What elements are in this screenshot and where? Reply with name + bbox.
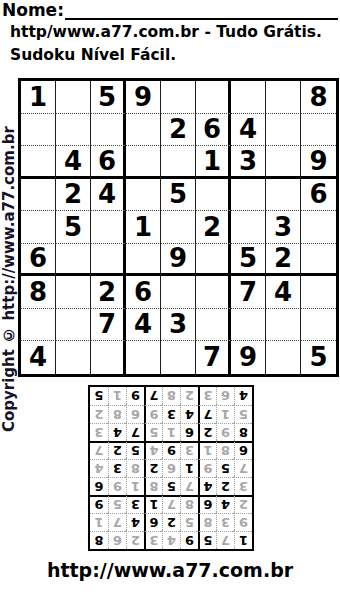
name-blank-line	[65, 3, 338, 20]
solution-cell-r9c9: 5	[90, 387, 108, 405]
puzzle-cell-r3c6: 1	[196, 146, 231, 179]
solution-cell-r3c8: 5	[108, 495, 126, 513]
solution-cell-r4c3: 4	[198, 477, 216, 495]
solution-cell-r2c8: 7	[108, 513, 126, 531]
puzzle-cell-r3c8	[266, 146, 301, 179]
solution-cell-r4c6: 8	[144, 477, 162, 495]
puzzle-cell-r5c7	[231, 211, 266, 244]
solution-cell-r8c8: 8	[108, 405, 126, 423]
name-row: Nome:	[2, 1, 338, 20]
puzzle-cell-r7c9	[301, 276, 336, 309]
solution-cell-r6c9: 7	[90, 441, 108, 459]
puzzle-cell-r6c6	[196, 244, 231, 277]
solution-cell-r4c9: 6	[90, 477, 108, 495]
solution-cell-r3c5: 7	[162, 495, 180, 513]
puzzle-cell-r5c6: 2	[196, 211, 231, 244]
solution-cell-r8c1: 5	[234, 405, 252, 423]
puzzle-cell-r8c2	[56, 309, 91, 342]
puzzle-cell-r6c9	[301, 244, 336, 277]
solution-cell-r7c1: 8	[234, 423, 252, 441]
solution-cell-r6c7: 5	[126, 441, 144, 459]
puzzle-cell-r9c1: 4	[21, 341, 56, 374]
solution-cell-r5c7: 8	[126, 459, 144, 477]
solution-cell-r1c7: 2	[126, 531, 144, 549]
puzzle-cell-r9c9: 5	[301, 341, 336, 374]
puzzle-cell-r8c1	[21, 309, 56, 342]
solution-cell-r6c3: 1	[198, 441, 216, 459]
solution-cell-r3c9: 9	[90, 495, 108, 513]
solution-cell-r5c6: 2	[144, 459, 162, 477]
solution-cell-r9c8: 1	[108, 387, 126, 405]
solution-cell-r5c3: 9	[198, 459, 216, 477]
puzzle-level-title: Sudoku Nível Fácil.	[10, 46, 338, 64]
solution-cell-r8c4: 4	[180, 405, 198, 423]
solution-cell-r9c5: 8	[162, 387, 180, 405]
puzzle-cell-r8c4: 4	[126, 309, 161, 342]
puzzle-cell-r3c4	[126, 146, 161, 179]
puzzle-cell-r5c9	[301, 211, 336, 244]
solution-cell-r4c7: 1	[126, 477, 144, 495]
puzzle-cell-r7c2	[56, 276, 91, 309]
puzzle-cell-r2c8	[266, 114, 301, 147]
solution-cell-r5c8: 3	[108, 459, 126, 477]
puzzle-cell-r3c7: 3	[231, 146, 266, 179]
puzzle-cell-r5c2: 5	[56, 211, 91, 244]
solution-cell-r2c4: 5	[180, 513, 198, 531]
solution-cell-r3c6: 1	[144, 495, 162, 513]
solution-cell-r3c3: 6	[198, 495, 216, 513]
solution-cell-r1c5: 4	[162, 531, 180, 549]
puzzle-cell-r4c7	[231, 179, 266, 212]
puzzle-cell-r1c9: 8	[301, 81, 336, 114]
solution-cell-r9c3: 3	[198, 387, 216, 405]
solution-cell-r8c9: 2	[90, 405, 108, 423]
puzzle-cell-r2c1	[21, 114, 56, 147]
puzzle-cell-r3c1	[21, 146, 56, 179]
puzzle-cell-r1c5	[161, 81, 196, 114]
puzzle-cell-r4c1	[21, 179, 56, 212]
solution-cell-r6c4: 3	[180, 441, 198, 459]
solution-cell-r6c1: 6	[234, 441, 252, 459]
solution-cell-r3c4: 8	[180, 495, 198, 513]
solution-cell-r2c6: 6	[144, 513, 162, 531]
puzzle-cell-r7c3: 2	[91, 276, 126, 309]
solution-cell-r7c7: 7	[126, 423, 144, 441]
puzzle-cell-r2c6: 6	[196, 114, 231, 147]
solution-cell-r1c2: 7	[216, 531, 234, 549]
puzzle-cell-r9c4	[126, 341, 161, 374]
puzzle-cell-r4c6	[196, 179, 231, 212]
solution-cell-r5c4: 1	[180, 459, 198, 477]
solution-cell-r1c3: 5	[198, 531, 216, 549]
solution-cell-r6c8: 2	[108, 441, 126, 459]
puzzle-cell-r1c3: 5	[91, 81, 126, 114]
sudoku-board: 159826446139245651236952826747434795	[18, 78, 339, 377]
solution-cell-r9c6: 7	[144, 387, 162, 405]
puzzle-cell-r9c8	[266, 341, 301, 374]
solution-cell-r7c3: 2	[198, 423, 216, 441]
puzzle-cell-r2c5: 2	[161, 114, 196, 147]
solution-cell-r7c5: 1	[162, 423, 180, 441]
puzzle-cell-r4c3: 4	[91, 179, 126, 212]
puzzle-cell-r7c5	[161, 276, 196, 309]
solution-cell-r1c1: 1	[234, 531, 252, 549]
solution-cell-r4c5: 5	[162, 477, 180, 495]
solution-cell-r4c8: 9	[108, 477, 126, 495]
puzzle-cell-r1c7	[231, 81, 266, 114]
solution-cell-r2c5: 2	[162, 513, 180, 531]
puzzle-cell-r2c4	[126, 114, 161, 147]
puzzle-cell-r4c4	[126, 179, 161, 212]
puzzle-cell-r5c3	[91, 211, 126, 244]
solution-cell-r2c1: 9	[234, 513, 252, 531]
solution-cell-r2c2: 3	[216, 513, 234, 531]
puzzle-cell-r6c7: 5	[231, 244, 266, 277]
puzzle-cell-r1c4: 9	[126, 81, 161, 114]
site-title: http/www.a77.com.br - Tudo Grátis.	[10, 23, 338, 41]
puzzle-cell-r8c5: 3	[161, 309, 196, 342]
puzzle-cell-r7c1: 8	[21, 276, 56, 309]
solution-cell-r4c1: 3	[234, 477, 252, 495]
puzzle-cell-r3c3: 6	[91, 146, 126, 179]
puzzle-cell-r4c9: 6	[301, 179, 336, 212]
puzzle-cell-r2c3	[91, 114, 126, 147]
puzzle-cell-r1c6	[196, 81, 231, 114]
puzzle-cell-r9c6: 7	[196, 341, 231, 374]
copyright-vertical-text: Copyright © http://www.a77.com.br	[0, 92, 18, 432]
puzzle-cell-r6c8: 2	[266, 244, 301, 277]
solution-cell-r5c5: 6	[162, 459, 180, 477]
solution-cell-r1c4: 9	[180, 531, 198, 549]
puzzle-cell-r7c8: 4	[266, 276, 301, 309]
solution-board: 1759432689385264712468713593247581967591…	[88, 385, 254, 551]
solution-cell-r8c3: 7	[198, 405, 216, 423]
page-header: Nome: http/www.a77.com.br - Tudo Grátis.…	[2, 1, 338, 64]
solution-cell-r7c4: 6	[180, 423, 198, 441]
solution-cell-r1c6: 3	[144, 531, 162, 549]
puzzle-cell-r7c7: 7	[231, 276, 266, 309]
puzzle-cell-r1c2	[56, 81, 91, 114]
puzzle-cell-r5c5	[161, 211, 196, 244]
solution-cell-r5c2: 5	[216, 459, 234, 477]
solution-cell-r5c9: 4	[90, 459, 108, 477]
footer-url: http://www.a77.com.br	[0, 559, 340, 581]
solution-cell-r2c7: 4	[126, 513, 144, 531]
puzzle-cell-r8c8	[266, 309, 301, 342]
solution-cell-r8c6: 9	[144, 405, 162, 423]
puzzle-cell-r7c4: 6	[126, 276, 161, 309]
solution-cell-r9c4: 2	[180, 387, 198, 405]
puzzle-cell-r8c7	[231, 309, 266, 342]
puzzle-cell-r8c3: 7	[91, 309, 126, 342]
solution-cell-r9c7: 9	[126, 387, 144, 405]
solution-cell-r8c7: 6	[126, 405, 144, 423]
solution-cell-r3c2: 4	[216, 495, 234, 513]
puzzle-cell-r2c9	[301, 114, 336, 147]
puzzle-cell-r2c2	[56, 114, 91, 147]
puzzle-cell-r9c2	[56, 341, 91, 374]
puzzle-cell-r1c8	[266, 81, 301, 114]
puzzle-cell-r6c3	[91, 244, 126, 277]
solution-cell-r8c5: 3	[162, 405, 180, 423]
puzzle-cell-r4c5: 5	[161, 179, 196, 212]
puzzle-cell-r6c4	[126, 244, 161, 277]
solution-cell-r7c6: 5	[144, 423, 162, 441]
solution-cell-r6c5: 9	[162, 441, 180, 459]
solution-cell-r2c9: 1	[90, 513, 108, 531]
puzzle-cell-r9c7: 9	[231, 341, 266, 374]
solution-cell-r3c1: 2	[234, 495, 252, 513]
solution-cell-r4c2: 2	[216, 477, 234, 495]
solution-cell-r7c2: 9	[216, 423, 234, 441]
solution-cell-r1c9: 8	[90, 531, 108, 549]
puzzle-cell-r5c8: 3	[266, 211, 301, 244]
puzzle-cell-r9c5	[161, 341, 196, 374]
solution-cell-r9c1: 4	[234, 387, 252, 405]
solution-cell-r1c8: 6	[108, 531, 126, 549]
puzzle-cell-r5c1	[21, 211, 56, 244]
puzzle-cell-r3c2: 4	[56, 146, 91, 179]
solution-cell-r7c8: 4	[108, 423, 126, 441]
solution-cell-r7c9: 3	[90, 423, 108, 441]
puzzle-cell-r1c1: 1	[21, 81, 56, 114]
puzzle-cell-r5c4: 1	[126, 211, 161, 244]
puzzle-cell-r9c3	[91, 341, 126, 374]
puzzle-cell-r2c7: 4	[231, 114, 266, 147]
puzzle-cell-r8c6	[196, 309, 231, 342]
puzzle-cell-r7c6	[196, 276, 231, 309]
name-label: Nome:	[2, 1, 64, 20]
puzzle-cell-r3c9: 9	[301, 146, 336, 179]
puzzle-cell-r4c8	[266, 179, 301, 212]
puzzle-cell-r4c2: 2	[56, 179, 91, 212]
solution-cell-r4c4: 7	[180, 477, 198, 495]
puzzle-cell-r6c5: 9	[161, 244, 196, 277]
solution-cell-r3c7: 3	[126, 495, 144, 513]
solution-cell-r6c6: 4	[144, 441, 162, 459]
puzzle-cell-r8c9	[301, 309, 336, 342]
solution-cell-r2c3: 8	[198, 513, 216, 531]
solution-cell-r9c2: 6	[216, 387, 234, 405]
solution-cell-r5c1: 7	[234, 459, 252, 477]
puzzle-cell-r3c5	[161, 146, 196, 179]
puzzle-cell-r6c1: 6	[21, 244, 56, 277]
solution-cell-r6c2: 8	[216, 441, 234, 459]
solution-cell-r8c2: 1	[216, 405, 234, 423]
puzzle-cell-r6c2	[56, 244, 91, 277]
